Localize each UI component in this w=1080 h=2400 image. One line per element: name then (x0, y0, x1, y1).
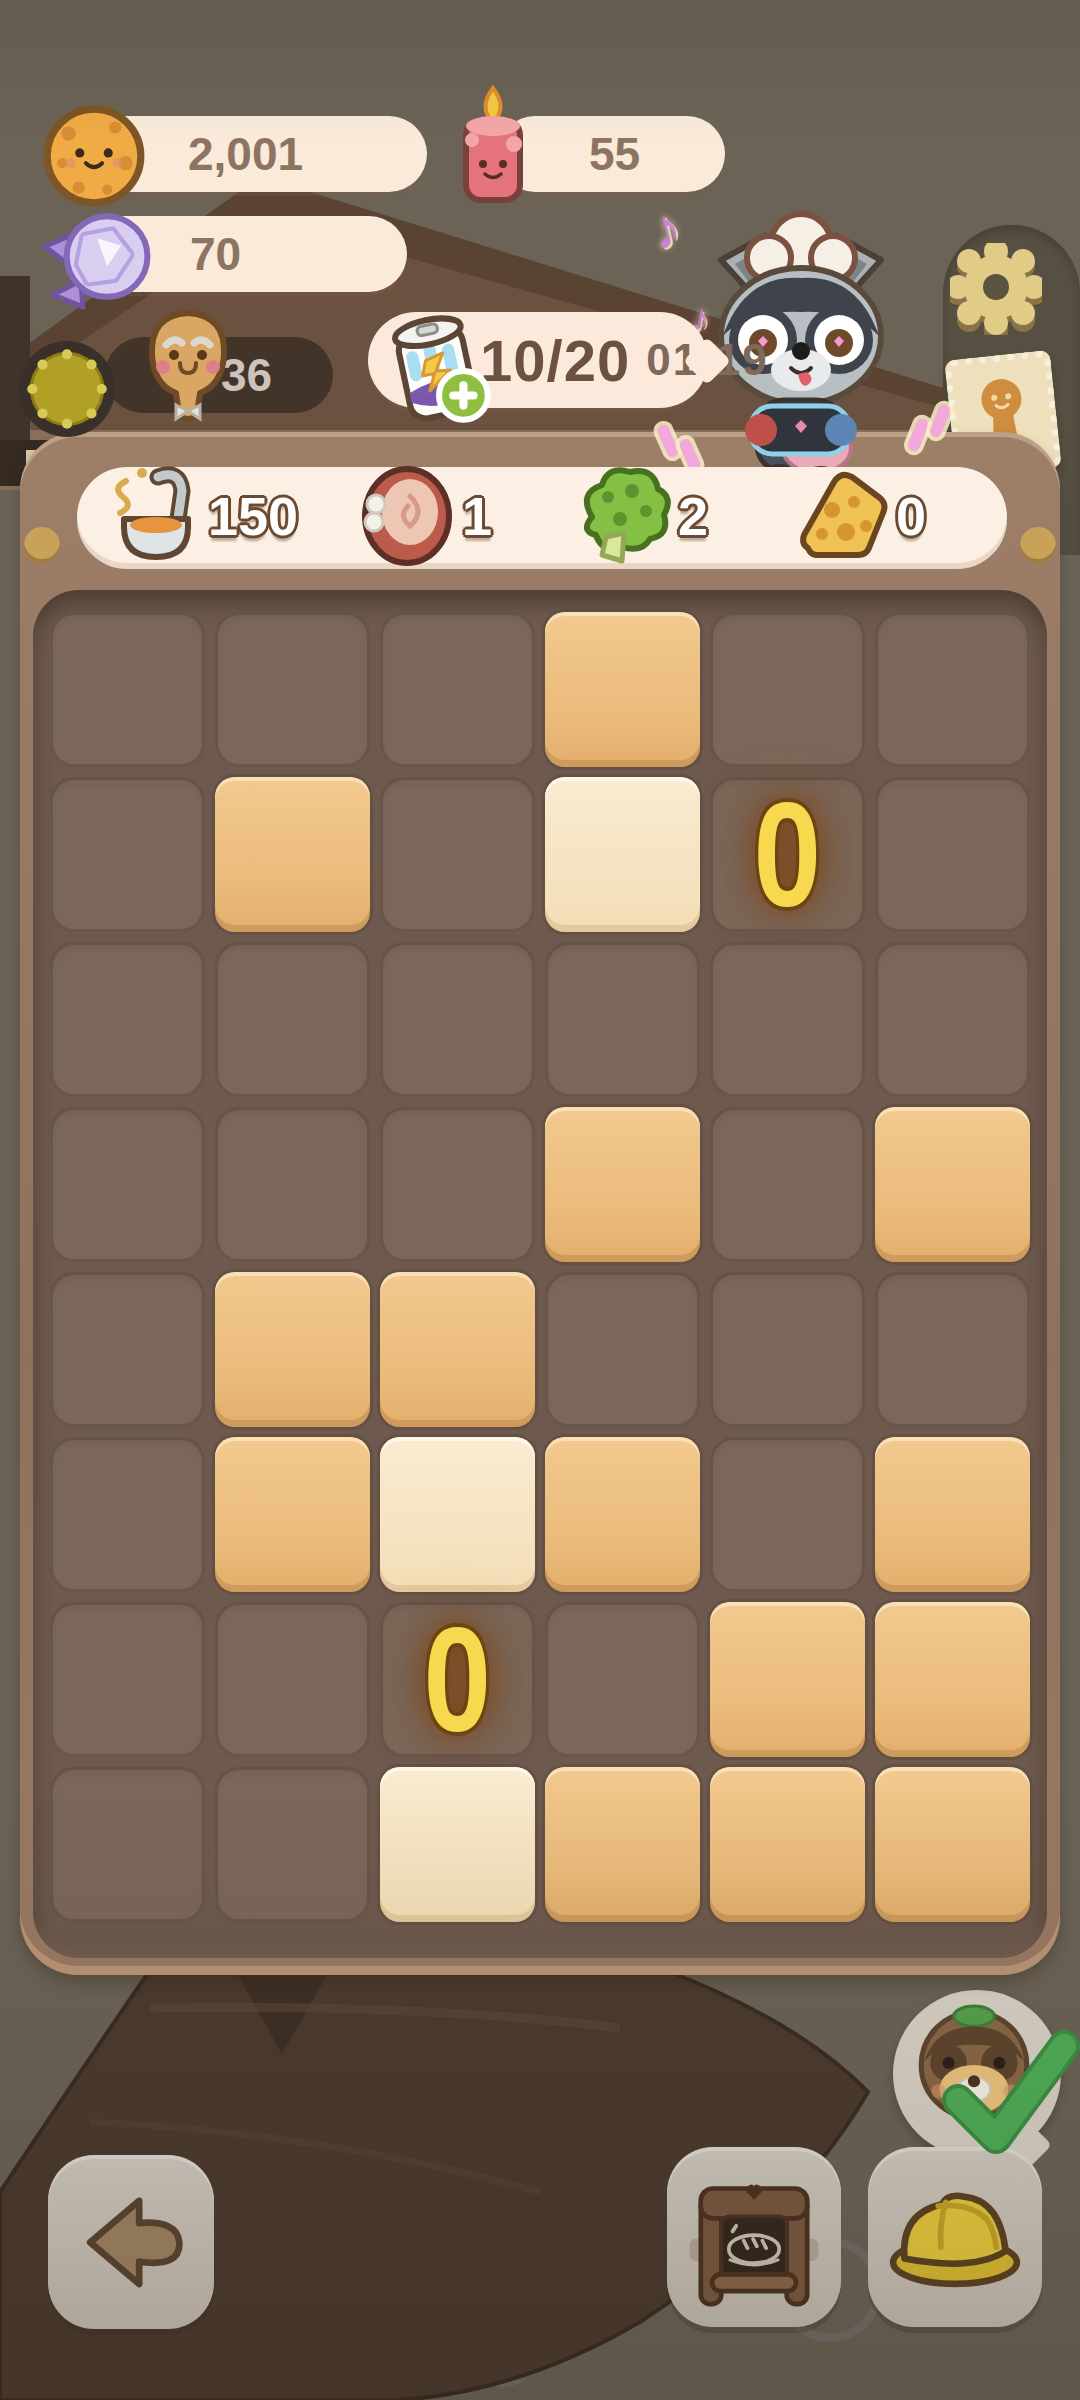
energy-can-icon (374, 300, 496, 432)
board-cell-r4c3[interactable] (380, 1107, 535, 1262)
board-cell-r2c5[interactable]: 0 (710, 777, 865, 932)
gingerbread-elder-icon (138, 306, 238, 438)
cookie-currency-value: 2,001 (188, 127, 303, 181)
board-cell-r3c2[interactable] (215, 942, 370, 1097)
board-cell-r8c4[interactable] (545, 1767, 700, 1922)
candle-currency-value: 55 (589, 127, 640, 181)
resource-ham-value: 1 (462, 485, 492, 547)
gold-zero-marker: 0 (754, 781, 821, 929)
board-cell-r2c2[interactable] (215, 777, 370, 932)
candle-icon (448, 84, 538, 206)
board-cell-r1c4[interactable] (545, 612, 700, 767)
cheese-icon (788, 458, 896, 570)
board-cell-r5c3[interactable] (380, 1272, 535, 1427)
board-cell-r6c2[interactable] (215, 1437, 370, 1592)
medal-icon[interactable] (16, 338, 118, 440)
board-cell-r1c1[interactable] (50, 612, 205, 767)
board-cell-r3c1[interactable] (50, 942, 205, 1097)
board-cell-r3c4[interactable] (545, 942, 700, 1097)
board: 00 (33, 590, 1047, 1958)
energy-timer: 01:19 (646, 335, 769, 385)
ham-icon (352, 460, 458, 572)
board-cell-r6c1[interactable] (50, 1437, 205, 1592)
oven-button[interactable] (667, 2147, 841, 2327)
board-cell-r4c2[interactable] (215, 1107, 370, 1262)
frame-rivet-right (1020, 527, 1056, 563)
music-note-icon: ♪ (645, 194, 688, 264)
board-cell-r4c1[interactable] (50, 1107, 205, 1262)
ladle-icon (92, 455, 210, 575)
board-cell-r1c3[interactable] (380, 612, 535, 767)
board-cell-r8c6[interactable] (875, 1767, 1030, 1922)
board-cell-r7c3[interactable]: 0 (380, 1602, 535, 1757)
board-cell-r3c5[interactable] (710, 942, 865, 1097)
board-cell-r4c6[interactable] (875, 1107, 1030, 1262)
resource-broccoli-value: 2 (678, 485, 708, 547)
board-cell-r2c1[interactable] (50, 777, 205, 932)
resource-cheese-value: 0 (896, 485, 926, 547)
resource-broth-value: 150 (208, 485, 298, 547)
board-cell-r4c4[interactable] (545, 1107, 700, 1262)
board-cell-r2c6[interactable] (875, 777, 1030, 932)
board-cell-r7c1[interactable] (50, 1602, 205, 1757)
board-grid: 00 (50, 612, 1030, 1922)
board-cell-r8c3[interactable] (380, 1767, 535, 1922)
board-cell-r2c4[interactable] (545, 777, 700, 932)
oven-icon (684, 2162, 824, 2312)
cookie-icon (38, 100, 150, 212)
board-cell-r5c1[interactable] (50, 1272, 205, 1427)
board-cell-r1c5[interactable] (710, 612, 865, 767)
board-cell-r8c5[interactable] (710, 1767, 865, 1922)
board-cell-r3c6[interactable] (875, 942, 1030, 1097)
board-cell-r8c1[interactable] (50, 1767, 205, 1922)
board-cell-r1c2[interactable] (215, 612, 370, 767)
board-cell-r6c5[interactable] (710, 1437, 865, 1592)
board-cell-r8c2[interactable] (215, 1767, 370, 1922)
candy-currency-value: 70 (190, 227, 241, 281)
board-cell-r7c4[interactable] (545, 1602, 700, 1757)
frame-rivet-left (24, 527, 60, 563)
builder-button[interactable] (868, 2147, 1042, 2327)
board-cell-r7c6[interactable] (875, 1602, 1030, 1757)
board-cell-r4c5[interactable] (710, 1107, 865, 1262)
board-cell-r6c6[interactable] (875, 1437, 1030, 1592)
board-cell-r5c4[interactable] (545, 1272, 700, 1427)
candy-icon (36, 198, 158, 314)
board-cell-r7c5[interactable] (710, 1602, 865, 1757)
broccoli-icon (562, 455, 680, 575)
board-cell-r3c3[interactable] (380, 942, 535, 1097)
board-cell-r5c6[interactable] (875, 1272, 1030, 1427)
back-button[interactable] (48, 2155, 214, 2329)
gold-zero-marker: 0 (424, 1606, 491, 1754)
board-cell-r7c2[interactable] (215, 1602, 370, 1757)
board-cell-r6c3[interactable] (380, 1437, 535, 1592)
hard-hat-icon (880, 2175, 1030, 2299)
board-cell-r2c3[interactable] (380, 777, 535, 932)
board-cell-r6c4[interactable] (545, 1437, 700, 1592)
board-cell-r5c5[interactable] (710, 1272, 865, 1427)
board-cell-r1c6[interactable] (875, 612, 1030, 767)
green-check-icon (940, 2030, 1080, 2160)
back-arrow-icon (65, 2177, 197, 2307)
gear-cookie-icon[interactable] (950, 243, 1042, 335)
energy-count: 10/20 (480, 327, 630, 394)
board-cell-r5c2[interactable] (215, 1272, 370, 1427)
